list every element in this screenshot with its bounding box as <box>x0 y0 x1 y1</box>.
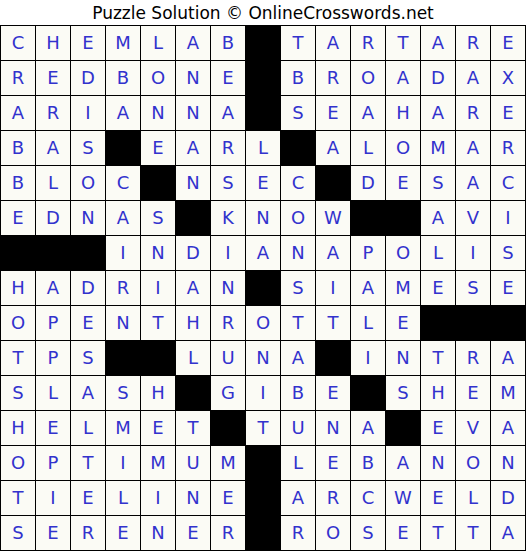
letter-cell: U <box>211 341 245 375</box>
letter-cell: H <box>1 411 35 445</box>
block-cell <box>316 166 350 200</box>
block-cell <box>246 26 280 60</box>
letter-cell: R <box>281 516 315 550</box>
letter-cell: M <box>211 446 245 480</box>
letter-cell: O <box>246 306 280 340</box>
letter-cell: L <box>351 306 385 340</box>
letter-cell: E <box>386 166 420 200</box>
letter-cell: N <box>141 96 175 130</box>
letter-cell: T <box>71 446 105 480</box>
letter-cell: E <box>316 376 350 410</box>
block-cell <box>351 376 385 410</box>
letter-cell: I <box>106 446 140 480</box>
letter-cell: M <box>386 271 420 305</box>
block-cell <box>491 306 525 340</box>
letter-cell: A <box>351 271 385 305</box>
letter-cell: B <box>1 131 35 165</box>
letter-cell: N <box>281 236 315 270</box>
letter-cell: T <box>1 481 35 515</box>
letter-cell: L <box>106 481 140 515</box>
letter-cell: S <box>281 271 315 305</box>
letter-cell: I <box>351 341 385 375</box>
letter-cell: T <box>281 306 315 340</box>
letter-cell: S <box>386 376 420 410</box>
letter-cell: I <box>36 481 70 515</box>
letter-cell: B <box>351 446 385 480</box>
letter-cell: D <box>351 166 385 200</box>
letter-cell: A <box>316 236 350 270</box>
letter-cell: S <box>491 236 525 270</box>
letter-cell: A <box>386 61 420 95</box>
letter-cell: I <box>491 201 525 235</box>
letter-cell: U <box>176 446 210 480</box>
letter-cell: R <box>106 271 140 305</box>
block-cell <box>106 131 140 165</box>
block-cell <box>141 166 175 200</box>
letter-cell: A <box>246 236 280 270</box>
letter-cell: L <box>141 26 175 60</box>
letter-cell: B <box>281 61 315 95</box>
letter-cell: R <box>316 481 350 515</box>
letter-cell: O <box>141 61 175 95</box>
letter-cell: O <box>1 306 35 340</box>
letter-cell: A <box>386 446 420 480</box>
letter-cell: R <box>211 306 245 340</box>
letter-cell: A <box>316 131 350 165</box>
letter-cell: A <box>176 26 210 60</box>
letter-cell: L <box>281 446 315 480</box>
letter-cell: R <box>1 61 35 95</box>
block-cell <box>386 201 420 235</box>
letter-cell: L <box>456 481 490 515</box>
letter-cell: N <box>141 236 175 270</box>
letter-cell: O <box>316 516 350 550</box>
letter-cell: O <box>386 236 420 270</box>
letter-cell: R <box>456 26 490 60</box>
letter-cell: A <box>106 96 140 130</box>
letter-cell: I <box>456 236 490 270</box>
letter-cell: D <box>36 201 70 235</box>
letter-cell: N <box>421 446 455 480</box>
letter-cell: T <box>316 306 350 340</box>
letter-cell: B <box>106 61 140 95</box>
letter-cell: R <box>71 516 105 550</box>
letter-cell: I <box>141 271 175 305</box>
block-cell <box>141 341 175 375</box>
letter-cell: S <box>71 131 105 165</box>
letter-cell: A <box>281 341 315 375</box>
letter-cell: I <box>106 236 140 270</box>
letter-cell: D <box>421 61 455 95</box>
letter-cell: E <box>316 446 350 480</box>
letter-cell: A <box>491 341 525 375</box>
letter-cell: V <box>456 201 490 235</box>
letter-cell: E <box>491 26 525 60</box>
page-title: Puzzle Solution © OnlineCrosswords.net <box>0 0 526 25</box>
block-cell <box>211 411 245 445</box>
letter-cell: A <box>491 411 525 445</box>
block-cell <box>246 96 280 130</box>
block-cell <box>246 61 280 95</box>
letter-cell: R <box>36 96 70 130</box>
letter-cell: C <box>491 166 525 200</box>
block-cell <box>281 131 315 165</box>
letter-cell: A <box>71 376 105 410</box>
letter-cell: D <box>71 271 105 305</box>
letter-cell: E <box>211 61 245 95</box>
letter-cell: I <box>246 376 280 410</box>
block-cell <box>246 481 280 515</box>
letter-cell: O <box>281 201 315 235</box>
letter-cell: M <box>106 26 140 60</box>
block-cell <box>456 306 490 340</box>
letter-cell: C <box>281 166 315 200</box>
letter-cell: D <box>71 61 105 95</box>
letter-cell: R <box>456 341 490 375</box>
letter-cell: E <box>176 516 210 550</box>
letter-cell: H <box>386 96 420 130</box>
letter-cell: T <box>176 411 210 445</box>
letter-cell: N <box>246 341 280 375</box>
block-cell <box>106 341 140 375</box>
letter-cell: T <box>141 306 175 340</box>
letter-cell: E <box>421 411 455 445</box>
letter-cell: V <box>456 411 490 445</box>
letter-cell: S <box>106 376 140 410</box>
puzzle-solution-page: Puzzle Solution © OnlineCrosswords.net C… <box>0 0 526 551</box>
letter-cell: N <box>211 271 245 305</box>
letter-cell: A <box>456 131 490 165</box>
letter-cell: I <box>211 236 245 270</box>
letter-cell: R <box>351 26 385 60</box>
letter-cell: L <box>421 236 455 270</box>
letter-cell: O <box>386 131 420 165</box>
letter-cell: S <box>141 201 175 235</box>
letter-cell: E <box>491 96 525 130</box>
letter-cell: E <box>421 481 455 515</box>
letter-cell: C <box>1 26 35 60</box>
letter-cell: S <box>421 166 455 200</box>
letter-cell: L <box>71 411 105 445</box>
block-cell <box>71 236 105 270</box>
letter-cell: L <box>351 131 385 165</box>
letter-cell: S <box>456 271 490 305</box>
block-cell <box>36 236 70 270</box>
letter-cell: N <box>246 201 280 235</box>
letter-cell: E <box>386 516 420 550</box>
letter-cell: T <box>421 341 455 375</box>
letter-cell: M <box>491 376 525 410</box>
letter-cell: E <box>1 201 35 235</box>
letter-cell: S <box>71 341 105 375</box>
letter-cell: M <box>421 131 455 165</box>
letter-cell: A <box>421 26 455 60</box>
letter-cell: S <box>1 376 35 410</box>
letter-cell: O <box>351 61 385 95</box>
letter-cell: E <box>246 166 280 200</box>
letter-cell: E <box>386 306 420 340</box>
letter-cell: L <box>176 341 210 375</box>
letter-cell: O <box>456 446 490 480</box>
letter-cell: A <box>351 96 385 130</box>
letter-cell: R <box>491 131 525 165</box>
letter-cell: O <box>71 166 105 200</box>
letter-cell: A <box>36 131 70 165</box>
letter-cell: A <box>421 96 455 130</box>
letter-cell: H <box>1 271 35 305</box>
letter-cell: U <box>281 411 315 445</box>
letter-cell: M <box>141 446 175 480</box>
letter-cell: A <box>211 96 245 130</box>
letter-cell: N <box>141 516 175 550</box>
letter-cell: T <box>1 341 35 375</box>
letter-cell: E <box>36 516 70 550</box>
letter-cell: E <box>316 96 350 130</box>
letter-cell: R <box>211 131 245 165</box>
letter-cell: H <box>421 376 455 410</box>
letter-cell: K <box>211 201 245 235</box>
letter-cell: E <box>36 411 70 445</box>
letter-cell: T <box>386 26 420 60</box>
letter-cell: S <box>1 516 35 550</box>
block-cell <box>386 411 420 445</box>
letter-cell: M <box>106 411 140 445</box>
letter-cell: W <box>386 481 420 515</box>
letter-cell: H <box>36 26 70 60</box>
letter-cell: I <box>316 271 350 305</box>
letter-cell: A <box>36 271 70 305</box>
letter-cell: H <box>176 306 210 340</box>
letter-cell: G <box>211 376 245 410</box>
letter-cell: S <box>281 96 315 130</box>
letter-cell: B <box>211 26 245 60</box>
letter-cell: A <box>176 271 210 305</box>
letter-cell: E <box>71 26 105 60</box>
letter-cell: N <box>386 341 420 375</box>
letter-cell: N <box>491 446 525 480</box>
letter-cell: T <box>281 26 315 60</box>
letter-cell: A <box>351 411 385 445</box>
letter-cell: R <box>456 96 490 130</box>
letter-cell: D <box>491 481 525 515</box>
letter-cell: I <box>141 481 175 515</box>
block-cell <box>421 306 455 340</box>
letter-cell: N <box>176 481 210 515</box>
block-cell <box>1 236 35 270</box>
letter-cell: C <box>351 481 385 515</box>
letter-cell: L <box>246 131 280 165</box>
letter-cell: E <box>141 411 175 445</box>
letter-cell: E <box>71 481 105 515</box>
crossword-grid: CHEMLABTARTAREREDBONEBROADAXARIANNASEAHA… <box>0 25 526 551</box>
letter-cell: R <box>316 61 350 95</box>
letter-cell: P <box>36 341 70 375</box>
letter-cell: B <box>1 166 35 200</box>
letter-cell: N <box>176 96 210 130</box>
letter-cell: E <box>106 516 140 550</box>
letter-cell: O <box>1 446 35 480</box>
block-cell <box>316 341 350 375</box>
letter-cell: N <box>316 411 350 445</box>
letter-cell: I <box>71 96 105 130</box>
letter-cell: R <box>211 516 245 550</box>
letter-cell: A <box>491 516 525 550</box>
block-cell <box>176 201 210 235</box>
letter-cell: A <box>316 26 350 60</box>
letter-cell: A <box>456 166 490 200</box>
letter-cell: E <box>141 131 175 165</box>
letter-cell: X <box>491 61 525 95</box>
letter-cell: A <box>176 131 210 165</box>
letter-cell: B <box>281 376 315 410</box>
letter-cell: N <box>71 201 105 235</box>
letter-cell: P <box>36 306 70 340</box>
block-cell <box>246 446 280 480</box>
letter-cell: S <box>351 516 385 550</box>
letter-cell: L <box>36 166 70 200</box>
letter-cell: E <box>456 376 490 410</box>
letter-cell: A <box>421 201 455 235</box>
block-cell <box>246 271 280 305</box>
letter-cell: E <box>421 271 455 305</box>
letter-cell: W <box>316 201 350 235</box>
letter-cell: A <box>106 201 140 235</box>
letter-cell: E <box>36 61 70 95</box>
letter-cell: P <box>351 236 385 270</box>
letter-cell: T <box>456 516 490 550</box>
letter-cell: N <box>106 306 140 340</box>
letter-cell: E <box>491 271 525 305</box>
letter-cell: N <box>176 61 210 95</box>
letter-cell: D <box>176 236 210 270</box>
letter-cell: T <box>246 411 280 445</box>
letter-cell: A <box>1 96 35 130</box>
letter-cell: E <box>71 306 105 340</box>
letter-cell: C <box>106 166 140 200</box>
letter-cell: H <box>141 376 175 410</box>
letter-cell: P <box>36 446 70 480</box>
letter-cell: N <box>176 166 210 200</box>
letter-cell: T <box>421 516 455 550</box>
block-cell <box>246 516 280 550</box>
letter-cell: A <box>281 481 315 515</box>
letter-cell: A <box>456 61 490 95</box>
block-cell <box>176 376 210 410</box>
letter-cell: S <box>211 166 245 200</box>
letter-cell: E <box>211 481 245 515</box>
letter-cell: L <box>36 376 70 410</box>
block-cell <box>351 201 385 235</box>
